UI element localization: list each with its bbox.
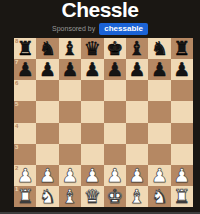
square-d4[interactable] bbox=[81, 123, 103, 144]
square-h5[interactable] bbox=[171, 101, 193, 122]
square-g2[interactable]: ♟ bbox=[148, 165, 170, 186]
square-c3[interactable] bbox=[59, 144, 81, 165]
square-b8[interactable]: ♞ bbox=[36, 38, 58, 59]
piece-black-queen[interactable]: ♛ bbox=[84, 39, 101, 58]
square-g8[interactable]: ♞ bbox=[148, 38, 170, 59]
piece-white-pawn[interactable]: ♟ bbox=[151, 166, 168, 185]
rank-label-5: 5 bbox=[15, 101, 18, 108]
square-g7[interactable]: ♟ bbox=[148, 59, 170, 80]
piece-white-pawn[interactable]: ♟ bbox=[106, 166, 123, 185]
square-e4[interactable] bbox=[104, 123, 126, 144]
square-c4[interactable] bbox=[59, 123, 81, 144]
square-d3[interactable] bbox=[81, 144, 103, 165]
piece-black-knight[interactable]: ♞ bbox=[151, 39, 168, 58]
square-e7[interactable]: ♟ bbox=[104, 59, 126, 80]
square-f6[interactable] bbox=[126, 80, 148, 101]
square-c1[interactable]: ♝ bbox=[59, 186, 81, 207]
rank-label-8: 8 bbox=[15, 38, 18, 45]
piece-white-pawn[interactable]: ♟ bbox=[61, 166, 78, 185]
piece-white-pawn[interactable]: ♟ bbox=[129, 166, 146, 185]
piece-black-bishop[interactable]: ♝ bbox=[129, 39, 146, 58]
piece-black-pawn[interactable]: ♟ bbox=[106, 60, 123, 79]
sponsored-by-label: Sponsored by bbox=[52, 25, 95, 32]
square-f1[interactable]: ♝ bbox=[126, 186, 148, 207]
square-g4[interactable] bbox=[148, 123, 170, 144]
piece-black-pawn[interactable]: ♟ bbox=[129, 60, 146, 79]
piece-black-pawn[interactable]: ♟ bbox=[84, 60, 101, 79]
square-h6[interactable] bbox=[171, 80, 193, 101]
piece-white-pawn[interactable]: ♟ bbox=[17, 166, 34, 185]
piece-white-queen[interactable]: ♛ bbox=[84, 187, 101, 206]
square-a6[interactable]: 6 bbox=[14, 80, 36, 101]
square-b2[interactable]: ♟ bbox=[36, 165, 58, 186]
square-e8[interactable]: ♚ bbox=[104, 38, 126, 59]
piece-black-rook[interactable]: ♜ bbox=[17, 39, 34, 58]
square-f7[interactable]: ♟ bbox=[126, 59, 148, 80]
square-f5[interactable] bbox=[126, 101, 148, 122]
piece-black-pawn[interactable]: ♟ bbox=[173, 60, 190, 79]
square-b3[interactable] bbox=[36, 144, 58, 165]
square-e1[interactable]: ♚ bbox=[104, 186, 126, 207]
piece-white-pawn[interactable]: ♟ bbox=[173, 166, 190, 185]
square-b7[interactable]: ♟ bbox=[36, 59, 58, 80]
square-b5[interactable] bbox=[36, 101, 58, 122]
square-d1[interactable]: ♛ bbox=[81, 186, 103, 207]
piece-black-bishop[interactable]: ♝ bbox=[61, 39, 78, 58]
piece-black-king[interactable]: ♚ bbox=[106, 39, 123, 58]
square-d5[interactable] bbox=[81, 101, 103, 122]
piece-black-pawn[interactable]: ♟ bbox=[17, 60, 34, 79]
square-h8[interactable]: ♜ bbox=[171, 38, 193, 59]
chessable-sponsor-button[interactable]: chessable bbox=[99, 23, 148, 35]
rank-label-1: 1 bbox=[15, 186, 18, 193]
square-c7[interactable]: ♟ bbox=[59, 59, 81, 80]
square-a1[interactable]: 1♜ bbox=[14, 186, 36, 207]
square-a7[interactable]: 7♟ bbox=[14, 59, 36, 80]
square-a2[interactable]: 2♟ bbox=[14, 165, 36, 186]
square-f4[interactable] bbox=[126, 123, 148, 144]
piece-white-bishop[interactable]: ♝ bbox=[61, 187, 78, 206]
bottom-divider bbox=[0, 212, 200, 214]
piece-white-pawn[interactable]: ♟ bbox=[84, 166, 101, 185]
square-b4[interactable] bbox=[36, 123, 58, 144]
square-a8[interactable]: 8♜ bbox=[14, 38, 36, 59]
square-d6[interactable] bbox=[81, 80, 103, 101]
square-d7[interactable]: ♟ bbox=[81, 59, 103, 80]
rank-label-4: 4 bbox=[15, 123, 18, 130]
square-b1[interactable]: ♞ bbox=[36, 186, 58, 207]
square-c5[interactable] bbox=[59, 101, 81, 122]
piece-white-knight[interactable]: ♞ bbox=[151, 187, 168, 206]
square-f8[interactable]: ♝ bbox=[126, 38, 148, 59]
square-h1[interactable]: ♜ bbox=[171, 186, 193, 207]
piece-black-pawn[interactable]: ♟ bbox=[61, 60, 78, 79]
rank-label-7: 7 bbox=[15, 59, 18, 66]
chessle-app: Chessle Sponsored by chessable 8♜♞♝♛♚♝♞♜… bbox=[0, 0, 200, 214]
rank-label-6: 6 bbox=[15, 80, 18, 87]
rank-label-3: 3 bbox=[15, 144, 18, 151]
piece-white-rook[interactable]: ♜ bbox=[17, 187, 34, 206]
square-e3[interactable] bbox=[104, 144, 126, 165]
piece-white-rook[interactable]: ♜ bbox=[173, 187, 190, 206]
piece-white-knight[interactable]: ♞ bbox=[39, 187, 56, 206]
square-h7[interactable]: ♟ bbox=[171, 59, 193, 80]
square-a3[interactable]: 3 bbox=[14, 144, 36, 165]
square-f2[interactable]: ♟ bbox=[126, 165, 148, 186]
piece-black-pawn[interactable]: ♟ bbox=[39, 60, 56, 79]
square-e2[interactable]: ♟ bbox=[104, 165, 126, 186]
square-h3[interactable] bbox=[171, 144, 193, 165]
square-c2[interactable]: ♟ bbox=[59, 165, 81, 186]
square-c8[interactable]: ♝ bbox=[59, 38, 81, 59]
square-a5[interactable]: 5 bbox=[14, 101, 36, 122]
square-b6[interactable] bbox=[36, 80, 58, 101]
square-d2[interactable]: ♟ bbox=[81, 165, 103, 186]
page-title: Chessle bbox=[0, 0, 200, 22]
sponsor-row: Sponsored by chessable bbox=[0, 22, 200, 35]
piece-black-pawn[interactable]: ♟ bbox=[151, 60, 168, 79]
square-g6[interactable] bbox=[148, 80, 170, 101]
piece-white-bishop[interactable]: ♝ bbox=[129, 187, 146, 206]
square-e5[interactable] bbox=[104, 101, 126, 122]
square-f3[interactable] bbox=[126, 144, 148, 165]
piece-white-pawn[interactable]: ♟ bbox=[39, 166, 56, 185]
rank-label-2: 2 bbox=[15, 165, 18, 172]
square-g5[interactable] bbox=[148, 101, 170, 122]
square-h2[interactable]: ♟ bbox=[171, 165, 193, 186]
chess-board[interactable]: 8♜♞♝♛♚♝♞♜7♟♟♟♟♟♟♟♟65432♟♟♟♟♟♟♟♟1♜♞♝♛♚♝♞♜ bbox=[14, 38, 193, 207]
piece-black-knight[interactable]: ♞ bbox=[39, 39, 56, 58]
square-g3[interactable] bbox=[148, 144, 170, 165]
square-d8[interactable]: ♛ bbox=[81, 38, 103, 59]
square-c6[interactable] bbox=[59, 80, 81, 101]
square-a4[interactable]: 4 bbox=[14, 123, 36, 144]
piece-white-king[interactable]: ♚ bbox=[106, 187, 123, 206]
square-g1[interactable]: ♞ bbox=[148, 186, 170, 207]
piece-black-rook[interactable]: ♜ bbox=[173, 39, 190, 58]
square-e6[interactable] bbox=[104, 80, 126, 101]
square-h4[interactable] bbox=[171, 123, 193, 144]
